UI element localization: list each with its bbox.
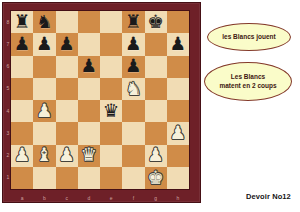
square-f7: ♟: [122, 33, 144, 55]
square-g4: [145, 100, 167, 122]
square-a6: [11, 56, 33, 78]
square-g2: ♟: [145, 145, 167, 167]
square-a5: [11, 78, 33, 100]
square-d2: ♛: [78, 145, 100, 167]
square-e2: [100, 145, 122, 167]
square-a1: [11, 167, 33, 189]
rank-label-7: 7: [6, 42, 10, 47]
square-c5: [56, 78, 78, 100]
black-pawn-f7: ♟: [122, 33, 144, 55]
square-g1: ♚: [145, 167, 167, 189]
square-b1: [33, 167, 55, 189]
square-a4: [11, 100, 33, 122]
square-d5: [78, 78, 100, 100]
black-knight-b8: ♞: [33, 11, 55, 33]
rank-label-5: 5: [6, 86, 10, 91]
square-d8: [78, 11, 100, 33]
square-g8: ♚: [145, 11, 167, 33]
white-bishop-b2: ♝: [33, 145, 55, 167]
white-pawn-c2: ♟: [56, 145, 78, 167]
square-e5: [100, 78, 122, 100]
square-c6: [56, 56, 78, 78]
square-e3: [100, 122, 122, 144]
square-h6: [167, 56, 189, 78]
square-f2: [122, 145, 144, 167]
white-to-play-label: les Blancs jouent: [222, 33, 275, 42]
square-c2: ♟: [56, 145, 78, 167]
square-b2: ♝: [33, 145, 55, 167]
rank-label-1: 1: [6, 175, 10, 180]
square-a3: [11, 122, 33, 144]
rank-label-4: 4: [6, 109, 10, 114]
mate-in-two-line1: Les Blancs: [231, 73, 265, 82]
square-f5: ♞: [122, 78, 144, 100]
file-label-b: b: [41, 196, 47, 201]
black-rook-a8: ♜: [11, 11, 33, 33]
square-f8: ♜: [122, 11, 144, 33]
square-b4: ♟: [33, 100, 55, 122]
square-d4: [78, 100, 100, 122]
white-pawn-g2: ♟: [145, 145, 167, 167]
square-b5: [33, 78, 55, 100]
file-label-c: c: [64, 196, 70, 201]
white-king-g1: ♚: [145, 167, 167, 189]
square-h8: [167, 11, 189, 33]
rank-label-3: 3: [6, 131, 10, 136]
black-pawn-b7: ♟: [33, 33, 55, 55]
file-label-a: a: [19, 196, 25, 201]
white-pawn-b4: ♟: [33, 100, 55, 122]
board-frame: ♜♞♜♚♟♟♟♟♟♟♟♞♟♛♟♟♝♟♛♟♚ 87654321abcdefgh: [2, 2, 201, 203]
square-h3: ♟: [167, 122, 189, 144]
square-d1: [78, 167, 100, 189]
square-f4: [122, 100, 144, 122]
square-e6: [100, 56, 122, 78]
square-c4: [56, 100, 78, 122]
square-f3: [122, 122, 144, 144]
square-c1: [56, 167, 78, 189]
black-pawn-c7: ♟: [56, 33, 78, 55]
square-g6: [145, 56, 167, 78]
file-label-f: f: [130, 196, 136, 201]
square-e7: [100, 33, 122, 55]
board-grid: ♜♞♜♚♟♟♟♟♟♟♟♞♟♛♟♟♝♟♛♟♚: [11, 11, 189, 189]
square-f6: ♟: [122, 56, 144, 78]
square-h1: [167, 167, 189, 189]
square-g5: [145, 78, 167, 100]
square-d3: [78, 122, 100, 144]
square-a7: ♟: [11, 33, 33, 55]
white-pawn-a2: ♟: [11, 145, 33, 167]
square-e4: ♛: [100, 100, 122, 122]
mate-in-two-line2: matent en 2 coups: [219, 82, 276, 91]
black-rook-f8: ♜: [122, 11, 144, 33]
annotation-oval-white-to-play: les Blancs jouent: [207, 23, 291, 51]
square-h5: [167, 78, 189, 100]
black-pawn-h7: ♟: [167, 33, 189, 55]
file-label-h: h: [175, 196, 181, 201]
file-label-g: g: [153, 196, 159, 201]
square-b6: [33, 56, 55, 78]
annotation-oval-mate-in-two: Les Blancs matent en 2 coups: [204, 62, 292, 101]
square-c3: [56, 122, 78, 144]
rank-label-6: 6: [6, 64, 10, 69]
square-a8: ♜: [11, 11, 33, 33]
black-king-g8: ♚: [145, 11, 167, 33]
black-pawn-a7: ♟: [11, 33, 33, 55]
square-b7: ♟: [33, 33, 55, 55]
white-pawn-h3: ♟: [167, 122, 189, 144]
black-pawn-f6: ♟: [122, 56, 144, 78]
rank-label-8: 8: [6, 20, 10, 25]
file-label-d: d: [86, 196, 92, 201]
rank-label-2: 2: [6, 153, 10, 158]
square-c7: ♟: [56, 33, 78, 55]
square-d7: [78, 33, 100, 55]
square-h2: [167, 145, 189, 167]
square-b3: [33, 122, 55, 144]
square-b8: ♞: [33, 11, 55, 33]
black-pawn-d6: ♟: [78, 56, 100, 78]
square-d6: ♟: [78, 56, 100, 78]
square-a2: ♟: [11, 145, 33, 167]
black-queen-e4: ♛: [100, 100, 122, 122]
square-h7: ♟: [167, 33, 189, 55]
square-g3: [145, 122, 167, 144]
square-c8: [56, 11, 78, 33]
white-knight-f5: ♞: [122, 78, 144, 100]
file-label-e: e: [108, 196, 114, 201]
puzzle-slide: ♜♞♜♚♟♟♟♟♟♟♟♞♟♛♟♟♝♟♛♟♚ 87654321abcdefgh l…: [0, 0, 300, 212]
square-e1: [100, 167, 122, 189]
square-f1: [122, 167, 144, 189]
homework-caption: Devoir No12: [246, 192, 296, 201]
square-e8: [100, 11, 122, 33]
white-queen-d2: ♛: [78, 145, 100, 167]
square-g7: [145, 33, 167, 55]
square-h4: [167, 100, 189, 122]
